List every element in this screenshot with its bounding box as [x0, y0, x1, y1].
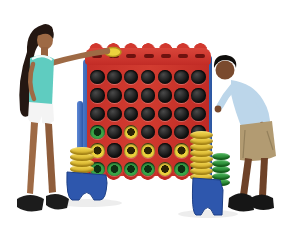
board-cell-r3c1: [89, 105, 106, 123]
yellow-stack-disc: [190, 131, 213, 139]
green-stack-disc: [212, 166, 230, 173]
drop-slot-1: [92, 54, 102, 58]
board-cell-r6c2: [106, 160, 123, 178]
empty-hole: [174, 88, 189, 103]
board-cell-r1c5: [156, 68, 173, 86]
empty-hole: [107, 125, 122, 140]
boy-held-disc-hole: [253, 150, 259, 156]
girl-teal-top: [29, 55, 54, 108]
green-stack-disc: [212, 179, 230, 186]
board-cell-r1c7: [190, 68, 207, 86]
drop-slot-3: [126, 54, 136, 58]
board-cell-r5c2: [106, 141, 123, 159]
girl-left-arm: [30, 64, 34, 99]
drop-slot-7: [195, 54, 205, 58]
boy-hand-on-rail: [215, 106, 222, 113]
board-cell-r5c6: [173, 141, 190, 159]
boy-player: [214, 55, 276, 211]
empty-hole: [174, 107, 189, 122]
boy-reaching-arm: [220, 87, 233, 106]
empty-hole: [107, 70, 122, 85]
girl-sandal-left: [17, 195, 44, 211]
board-cell-r5c4: [140, 141, 157, 159]
board-cell-r4c2: [106, 123, 123, 141]
empty-hole: [141, 88, 156, 103]
girl-top-trim: [32, 56, 52, 60]
board-cell-r1c1: [89, 68, 106, 86]
boy-left-sleeve: [258, 100, 264, 124]
empty-hole: [124, 107, 139, 122]
empty-hole: [191, 70, 206, 85]
connect-four-grid: [89, 68, 207, 178]
board-cell-r3c5: [156, 105, 173, 123]
board-cell-r2c4: [140, 86, 157, 104]
board-cell-r2c5: [156, 86, 173, 104]
empty-hole: [141, 70, 156, 85]
board-cell-r1c3: [123, 68, 140, 86]
yellow-disc: [124, 125, 139, 140]
empty-hole: [107, 88, 122, 103]
board-top-cap: [85, 48, 211, 65]
girl-hair: [19, 24, 53, 117]
green-disc: [174, 162, 189, 177]
yellow-disc: [141, 143, 156, 158]
empty-hole: [158, 143, 173, 158]
board-cell-r2c2: [106, 86, 123, 104]
empty-hole: [141, 107, 156, 122]
girl-neck: [41, 47, 48, 56]
empty-hole: [158, 70, 173, 85]
yellow-disc: [124, 143, 139, 158]
board-cell-r1c6: [173, 68, 190, 86]
empty-hole: [191, 107, 206, 122]
empty-hole: [90, 88, 105, 103]
empty-hole: [124, 70, 139, 85]
empty-hole: [141, 125, 156, 140]
shadow: [178, 210, 238, 218]
empty-hole: [107, 107, 122, 122]
empty-hole: [90, 107, 105, 122]
empty-hole: [158, 125, 173, 140]
girl-hair-top: [36, 27, 54, 39]
board-cell-r6c3: [123, 160, 140, 178]
boy-hair: [214, 55, 236, 68]
boy-left-forearm: [259, 124, 262, 146]
board-cell-r4c5: [156, 123, 173, 141]
board-cell-r3c6: [173, 105, 190, 123]
board-cell-r6c4: [140, 160, 157, 178]
boy-shoe-left: [228, 193, 254, 211]
boy-right-leg: [240, 158, 252, 196]
green-disc: [141, 162, 156, 177]
empty-hole: [124, 88, 139, 103]
girl-white-shorts: [28, 102, 54, 124]
boy-shoe-right: [250, 195, 274, 211]
board-cell-r2c3: [123, 86, 140, 104]
board-cell-r3c2: [106, 105, 123, 123]
board-cell-r1c4: [140, 68, 157, 86]
green-stack-disc: [212, 173, 230, 180]
board-cell-r4c3: [123, 123, 140, 141]
boy-khaki-shorts: [240, 121, 276, 161]
yellow-stack-disc: [70, 147, 94, 155]
boy-shorts-seams: [243, 130, 273, 158]
green-stack-disc: [212, 160, 230, 167]
board-cell-r6c6: [173, 160, 190, 178]
board-cell-r3c7: [190, 105, 207, 123]
board-cell-r5c3: [123, 141, 140, 159]
drop-slot-4: [144, 54, 154, 58]
empty-hole: [174, 70, 189, 85]
board-cell-r4c1: [89, 123, 106, 141]
green-disc: [124, 162, 139, 177]
green-disc: [107, 162, 122, 177]
board-cell-r4c6: [173, 123, 190, 141]
shadow: [54, 199, 122, 207]
board-cell-r2c1: [89, 86, 106, 104]
board-cell-r1c2: [106, 68, 123, 86]
empty-hole: [158, 88, 173, 103]
boy-held-green-disc: [249, 144, 265, 160]
drop-slot-2: [109, 54, 119, 58]
board-cell-r3c3: [123, 105, 140, 123]
yellow-disc: [158, 162, 173, 177]
board-cell-r4c4: [140, 123, 157, 141]
board-cell-r5c5: [156, 141, 173, 159]
girl-sandal-right: [46, 194, 69, 209]
giant-connect-four-photo: [0, 0, 297, 240]
board-cell-r6c5: [156, 160, 173, 178]
drop-slot-5: [161, 54, 171, 58]
empty-hole: [107, 143, 122, 158]
board-cell-r2c7: [190, 86, 207, 104]
girl-head: [37, 31, 53, 50]
boy-left-leg: [259, 158, 268, 196]
girl-left-leg: [45, 123, 56, 193]
girl-right-leg: [27, 122, 38, 194]
empty-hole: [191, 88, 206, 103]
empty-hole: [158, 107, 173, 122]
empty-hole: [174, 125, 189, 140]
drop-slot-6: [178, 54, 188, 58]
board-cell-r3c4: [140, 105, 157, 123]
yellow-disc: [174, 143, 189, 158]
boy-shirt: [231, 80, 270, 131]
boy-head: [216, 61, 235, 80]
empty-hole: [90, 70, 105, 85]
green-disc: [90, 125, 105, 140]
board-cell-r2c6: [173, 86, 190, 104]
green-stack-disc: [212, 153, 230, 160]
